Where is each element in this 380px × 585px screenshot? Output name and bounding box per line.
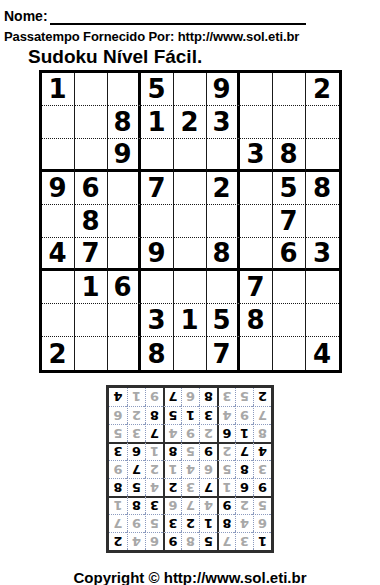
solution-cell-r3c6: 6: [163, 496, 181, 514]
cell-r1c9: 2: [306, 73, 339, 106]
cell-r5c9[interactable]: [306, 205, 339, 238]
cell-r5c5[interactable]: [174, 205, 207, 238]
solution-cell-r8c1: 7: [253, 406, 271, 424]
cell-r4c1: 9: [42, 172, 75, 205]
solution-cell-r7c8: 3: [127, 424, 145, 442]
solution-cell-r3c2: 2: [235, 496, 253, 514]
cell-r8c9[interactable]: [306, 304, 339, 337]
solution-cell-r5c8: 7: [127, 460, 145, 478]
solution-cell-r9c7: 9: [145, 388, 163, 406]
solution-cell-r4c8: 5: [127, 478, 145, 496]
solution-cell-r8c2: 9: [235, 406, 253, 424]
solution-cell-r7c9: 5: [109, 424, 127, 442]
name-fill-in-line[interactable]: [50, 10, 306, 25]
cell-r9c5[interactable]: [174, 337, 207, 370]
cell-r1c8[interactable]: [273, 73, 306, 106]
solution-cell-r9c4: 8: [199, 388, 217, 406]
solution-cell-r6c9: 3: [109, 442, 127, 460]
cell-r1c1: 1: [42, 73, 75, 106]
solution-cell-r1c4: 5: [199, 532, 217, 550]
cell-r1c5[interactable]: [174, 73, 207, 106]
cell-r6c9: 3: [306, 238, 339, 271]
name-row: Nome:: [4, 6, 376, 25]
cell-r7c1[interactable]: [42, 271, 75, 304]
solution-cell-r5c9: 9: [109, 460, 127, 478]
cell-r2c9[interactable]: [306, 106, 339, 139]
solution-cell-r8c6: 5: [163, 406, 181, 424]
solution-cell-r5c1: 3: [253, 460, 271, 478]
cell-r2c2[interactable]: [75, 106, 108, 139]
solution-cell-r1c8: 4: [127, 532, 145, 550]
solution-cell-r2c6: 3: [163, 514, 181, 532]
cell-r5c2: 8: [75, 205, 108, 238]
cell-r3c3: 9: [108, 139, 141, 172]
solution-cell-r8c3: 4: [217, 406, 235, 424]
cell-r7c8[interactable]: [273, 271, 306, 304]
solution-cell-r2c4: 1: [199, 514, 217, 532]
solution-cell-r3c1: 5: [253, 496, 271, 514]
cell-r9c7[interactable]: [240, 337, 273, 370]
cell-r9c4: 8: [141, 337, 174, 370]
solution-cell-r9c2: 5: [235, 388, 253, 406]
cell-r7c6[interactable]: [207, 271, 240, 304]
solution-cell-r6c2: 7: [235, 442, 253, 460]
solution-cell-r8c8: 2: [127, 406, 145, 424]
solution-cell-r6c3: 2: [217, 442, 235, 460]
cell-r8c4: 3: [141, 304, 174, 337]
solution-cell-r5c7: 2: [145, 460, 163, 478]
solution-grid: 1375896426481235975294763819617324583856…: [106, 385, 274, 553]
solution-cell-r4c2: 6: [235, 478, 253, 496]
page-title: Sudoku Nível Fácil.: [28, 46, 376, 68]
solution-cell-r9c9: 4: [109, 388, 127, 406]
solution-cell-r2c5: 2: [181, 514, 199, 532]
cell-r4c8: 5: [273, 172, 306, 205]
cell-r6c7[interactable]: [240, 238, 273, 271]
cell-r3c5[interactable]: [174, 139, 207, 172]
cell-r3c7: 3: [240, 139, 273, 172]
cell-r4c9: 8: [306, 172, 339, 205]
name-label: Nome:: [4, 8, 48, 25]
cell-r1c3[interactable]: [108, 73, 141, 106]
cell-r3c1[interactable]: [42, 139, 75, 172]
cell-r1c6: 9: [207, 73, 240, 106]
puzzle-grid: 159281239389672588747986316731582874: [39, 70, 342, 373]
cell-r6c5[interactable]: [174, 238, 207, 271]
solution-cell-r6c7: 1: [145, 442, 163, 460]
cell-r9c1: 2: [42, 337, 75, 370]
cell-r7c4[interactable]: [141, 271, 174, 304]
cell-r7c3: 6: [108, 271, 141, 304]
solution-cell-r2c2: 4: [235, 514, 253, 532]
solution-cell-r5c4: 6: [199, 460, 217, 478]
cell-r2c4: 1: [141, 106, 174, 139]
cell-r8c2[interactable]: [75, 304, 108, 337]
solution-cell-r5c3: 5: [217, 460, 235, 478]
solution-cell-r9c5: 6: [181, 388, 199, 406]
solution-area: 1375896426481235975294763819617324583856…: [4, 385, 376, 553]
solution-cell-r9c6: 7: [163, 388, 181, 406]
cell-r4c3[interactable]: [108, 172, 141, 205]
cell-r3c2[interactable]: [75, 139, 108, 172]
solution-cell-r4c7: 4: [145, 478, 163, 496]
solution-cell-r1c6: 9: [163, 532, 181, 550]
solution-cell-r7c1: 8: [253, 424, 271, 442]
solution-cell-r1c9: 2: [109, 532, 127, 550]
cell-r3c9[interactable]: [306, 139, 339, 172]
solution-cell-r2c8: 9: [127, 514, 145, 532]
worksheet-page: Nome: Passatempo Fornecido Por: http://w…: [0, 0, 380, 585]
solution-cell-r5c5: 4: [181, 460, 199, 478]
solution-cell-r3c7: 3: [145, 496, 163, 514]
cell-r5c6[interactable]: [207, 205, 240, 238]
solution-cell-r4c5: 3: [181, 478, 199, 496]
solution-cell-r9c1: 2: [253, 388, 271, 406]
cell-r4c6: 2: [207, 172, 240, 205]
cell-r8c5: 1: [174, 304, 207, 337]
cell-r4c5[interactable]: [174, 172, 207, 205]
cell-r8c3[interactable]: [108, 304, 141, 337]
cell-r8c8[interactable]: [273, 304, 306, 337]
cell-r8c7: 8: [240, 304, 273, 337]
cell-r6c1: 4: [42, 238, 75, 271]
solution-cell-r3c4: 4: [199, 496, 217, 514]
cell-r9c3[interactable]: [108, 337, 141, 370]
cell-r2c8[interactable]: [273, 106, 306, 139]
solution-cell-r1c7: 6: [145, 532, 163, 550]
cell-r6c4: 9: [141, 238, 174, 271]
solution-cell-r6c4: 9: [199, 442, 217, 460]
cell-r7c2: 1: [75, 271, 108, 304]
cell-r6c8: 6: [273, 238, 306, 271]
cell-r5c1[interactable]: [42, 205, 75, 238]
cell-r2c5: 2: [174, 106, 207, 139]
solution-cell-r6c1: 4: [253, 442, 271, 460]
solution-cell-r2c9: 7: [109, 514, 127, 532]
solution-cell-r2c3: 8: [217, 514, 235, 532]
solution-cell-r4c4: 7: [199, 478, 217, 496]
cell-r7c7: 7: [240, 271, 273, 304]
cell-r3c6[interactable]: [207, 139, 240, 172]
solution-cell-r8c4: 3: [199, 406, 217, 424]
cell-r9c8[interactable]: [273, 337, 306, 370]
solution-cell-r1c3: 7: [217, 532, 235, 550]
cell-r6c3[interactable]: [108, 238, 141, 271]
cell-r5c8: 7: [273, 205, 306, 238]
solution-cell-r4c1: 9: [253, 478, 271, 496]
solution-cell-r5c2: 8: [235, 460, 253, 478]
solution-cell-r6c8: 6: [127, 442, 145, 460]
cell-r2c1[interactable]: [42, 106, 75, 139]
solution-cell-r2c1: 6: [253, 514, 271, 532]
cell-r8c6: 5: [207, 304, 240, 337]
solution-cell-r3c8: 8: [127, 496, 145, 514]
solution-cell-r1c5: 8: [181, 532, 199, 550]
cell-r4c4: 7: [141, 172, 174, 205]
solution-cell-r9c3: 3: [217, 388, 235, 406]
solution-cell-r8c5: 1: [181, 406, 199, 424]
cell-r1c4: 5: [141, 73, 174, 106]
cell-r2c3: 8: [108, 106, 141, 139]
solution-cell-r4c6: 2: [163, 478, 181, 496]
cell-r8c1[interactable]: [42, 304, 75, 337]
solution-cell-r9c8: 1: [127, 388, 145, 406]
solution-cell-r1c1: 1: [253, 532, 271, 550]
solution-cell-r6c5: 5: [181, 442, 199, 460]
cell-r6c2: 7: [75, 238, 108, 271]
provided-by-text: Passatempo Fornecido Por: http://www.sol…: [4, 29, 376, 44]
solution-cell-r8c9: 6: [109, 406, 127, 424]
cell-r1c2[interactable]: [75, 73, 108, 106]
cell-r3c4[interactable]: [141, 139, 174, 172]
cell-r6c6: 8: [207, 238, 240, 271]
cell-r9c9: 4: [306, 337, 339, 370]
solution-cell-r3c3: 9: [217, 496, 235, 514]
cell-r9c2[interactable]: [75, 337, 108, 370]
solution-cell-r7c3: 6: [217, 424, 235, 442]
solution-cell-r7c4: 2: [199, 424, 217, 442]
solution-cell-r6c6: 8: [163, 442, 181, 460]
cell-r7c5[interactable]: [174, 271, 207, 304]
solution-cell-r3c5: 7: [181, 496, 199, 514]
cell-r4c2: 6: [75, 172, 108, 205]
cell-r5c3[interactable]: [108, 205, 141, 238]
solution-cell-r4c3: 1: [217, 478, 235, 496]
solution-cell-r5c6: 1: [163, 460, 181, 478]
cell-r5c7[interactable]: [240, 205, 273, 238]
cell-r2c6: 3: [207, 106, 240, 139]
solution-cell-r2c7: 5: [145, 514, 163, 532]
cell-r7c9[interactable]: [306, 271, 339, 304]
cell-r1c7[interactable]: [240, 73, 273, 106]
solution-cell-r7c7: 7: [145, 424, 163, 442]
solution-cell-r4c9: 8: [109, 478, 127, 496]
cell-r3c8: 8: [273, 139, 306, 172]
cell-r4c7[interactable]: [240, 172, 273, 205]
solution-cell-r3c9: 1: [109, 496, 127, 514]
solution-cell-r8c7: 8: [145, 406, 163, 424]
copyright-text: Copyright © http://www.sol.eti.br: [4, 569, 376, 585]
solution-cell-r7c5: 9: [181, 424, 199, 442]
solution-cell-r7c6: 4: [163, 424, 181, 442]
cell-r5c4[interactable]: [141, 205, 174, 238]
solution-cell-r1c2: 3: [235, 532, 253, 550]
solution-cell-r7c2: 1: [235, 424, 253, 442]
cell-r9c6: 7: [207, 337, 240, 370]
cell-r2c7[interactable]: [240, 106, 273, 139]
